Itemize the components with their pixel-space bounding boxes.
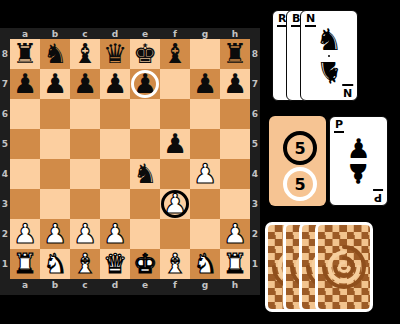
square-f8[interactable]: ♝	[160, 39, 190, 69]
game-screen: abcdefgh abcdefgh 87654321 87654321 ♜♞♝♛…	[0, 0, 400, 324]
square-d8[interactable]: ♛	[100, 39, 130, 69]
square-b2[interactable]: ♟	[40, 219, 70, 249]
board-frame: abcdefgh abcdefgh 87654321 87654321 ♜♞♝♛…	[0, 28, 260, 295]
piece-white-pawn[interactable]: ♟	[193, 159, 217, 189]
knight-icon-rotated: ♞	[316, 59, 343, 86]
square-a6[interactable]	[10, 99, 40, 129]
square-c5[interactable]	[70, 129, 100, 159]
square-b4[interactable]	[40, 159, 70, 189]
square-c4[interactable]	[70, 159, 100, 189]
file-labels-bottom: abcdefgh	[10, 279, 250, 295]
swirl-icon	[321, 244, 367, 290]
coordinate-label: b	[40, 279, 70, 295]
coordinate-label: g	[190, 279, 220, 295]
coordinate-label: d	[100, 279, 130, 295]
square-g1[interactable]: ♞	[190, 249, 220, 279]
square-h4[interactable]	[220, 159, 250, 189]
square-g4[interactable]: ♟	[190, 159, 220, 189]
square-a1[interactable]: ♜	[10, 249, 40, 279]
square-b6[interactable]	[40, 99, 70, 129]
coordinate-label: 3	[0, 189, 10, 219]
coordinate-label: 4	[250, 159, 260, 189]
piece-black-queen[interactable]: ♛	[103, 39, 127, 69]
piece-black-pawn[interactable]: ♟	[43, 69, 67, 99]
coordinate-label: 5	[0, 129, 10, 159]
square-c3[interactable]	[70, 189, 100, 219]
square-c1[interactable]: ♝	[70, 249, 100, 279]
piece-black-pawn[interactable]: ♟	[133, 69, 157, 99]
coordinate-label: 7	[250, 69, 260, 99]
square-f5[interactable]: ♟	[160, 129, 190, 159]
coordinate-label: 2	[250, 219, 260, 249]
coordinate-label: 6	[0, 99, 10, 129]
coordinate-label: 6	[250, 99, 260, 129]
square-a7[interactable]: ♟	[10, 69, 40, 99]
square-h8[interactable]: ♜	[220, 39, 250, 69]
coordinate-label: a	[10, 279, 40, 295]
square-e3[interactable]	[130, 189, 160, 219]
card-index-p-rotated: P	[373, 189, 383, 203]
coordinate-label: 1	[250, 249, 260, 279]
square-e8[interactable]: ♚	[130, 39, 160, 69]
rank-labels-right: 87654321	[250, 39, 260, 279]
square-d4[interactable]	[100, 159, 130, 189]
rank-labels-left: 87654321	[0, 39, 10, 279]
piece-card-pawn[interactable]: P ♟ ♟ P	[329, 116, 388, 206]
piece-black-pawn[interactable]: ♟	[163, 129, 187, 159]
square-c8[interactable]: ♝	[70, 39, 100, 69]
coordinate-label: 4	[0, 159, 10, 189]
piece-black-king[interactable]: ♚	[133, 39, 157, 69]
piece-black-pawn[interactable]: ♟	[13, 69, 37, 99]
piece-white-pawn[interactable]: ♟	[163, 189, 187, 219]
piece-white-knight[interactable]: ♞	[43, 249, 67, 279]
coordinate-label: 5	[250, 129, 260, 159]
square-c7[interactable]: ♟	[70, 69, 100, 99]
square-g6[interactable]	[190, 99, 220, 129]
chess-board[interactable]: ♜♞♝♛♚♝♜♟♟♟♟♟♟♟♟♞♟♟♟♟♟♟♟♜♞♝♛♚♝♞♜	[10, 39, 250, 279]
piece-white-pawn[interactable]: ♟	[103, 219, 127, 249]
square-a2[interactable]: ♟	[10, 219, 40, 249]
coordinate-label: f	[160, 279, 190, 295]
piece-white-bishop[interactable]: ♝	[163, 249, 187, 279]
number-value-white-ring: 5	[283, 167, 317, 201]
number-card-5[interactable]: 5 5	[269, 116, 326, 206]
piece-white-knight[interactable]: ♞	[193, 249, 217, 279]
piece-black-bishop[interactable]: ♝	[73, 39, 97, 69]
piece-white-rook[interactable]: ♜	[223, 249, 247, 279]
square-f6[interactable]	[160, 99, 190, 129]
piece-card-knight[interactable]: N ♞ ♞ N	[300, 10, 358, 101]
square-f1[interactable]: ♝	[160, 249, 190, 279]
piece-white-queen[interactable]: ♛	[103, 249, 127, 279]
square-h7[interactable]: ♟	[220, 69, 250, 99]
piece-black-knight[interactable]: ♞	[43, 39, 67, 69]
piece-black-rook[interactable]: ♜	[223, 39, 247, 69]
number-value-black-ring: 5	[283, 131, 317, 165]
square-g5[interactable]	[190, 129, 220, 159]
piece-black-bishop[interactable]: ♝	[163, 39, 187, 69]
square-a3[interactable]	[10, 189, 40, 219]
square-d2[interactable]: ♟	[100, 219, 130, 249]
square-c2[interactable]: ♟	[70, 219, 100, 249]
square-g7[interactable]: ♟	[190, 69, 220, 99]
square-e5[interactable]	[130, 129, 160, 159]
pawn-icon-rotated: ♟	[346, 161, 370, 186]
square-e2[interactable]	[130, 219, 160, 249]
square-d3[interactable]	[100, 189, 130, 219]
coordinate-label: 2	[0, 219, 10, 249]
square-e1[interactable]: ♚	[130, 249, 160, 279]
square-b8[interactable]: ♞	[40, 39, 70, 69]
piece-white-pawn[interactable]: ♟	[43, 219, 67, 249]
square-h5[interactable]	[220, 129, 250, 159]
square-g8[interactable]	[190, 39, 220, 69]
square-b5[interactable]	[40, 129, 70, 159]
card-index-n-rotated: N	[342, 84, 353, 98]
coordinate-label: c	[70, 279, 100, 295]
coordinate-label: 3	[250, 189, 260, 219]
piece-white-rook[interactable]: ♜	[13, 249, 37, 279]
piece-white-pawn[interactable]: ♟	[73, 219, 97, 249]
square-a4[interactable]	[10, 159, 40, 189]
square-h3[interactable]	[220, 189, 250, 219]
piece-black-pawn[interactable]: ♟	[223, 69, 247, 99]
square-e4[interactable]: ♞	[130, 159, 160, 189]
square-h6[interactable]	[220, 99, 250, 129]
square-f2[interactable]	[160, 219, 190, 249]
piece-black-knight[interactable]: ♞	[133, 159, 157, 189]
piece-black-rook[interactable]: ♜	[13, 39, 37, 69]
piece-black-pawn[interactable]: ♟	[73, 69, 97, 99]
square-e7[interactable]: ♟	[130, 69, 160, 99]
piece-white-pawn[interactable]: ♟	[223, 219, 247, 249]
card-back-4[interactable]	[315, 222, 373, 312]
coordinate-label: 1	[0, 249, 10, 279]
piece-white-pawn[interactable]: ♟	[13, 219, 37, 249]
square-c6[interactable]	[70, 99, 100, 129]
square-f3[interactable]: ♟	[160, 189, 190, 219]
square-d1[interactable]: ♛	[100, 249, 130, 279]
piece-white-bishop[interactable]: ♝	[73, 249, 97, 279]
square-h1[interactable]: ♜	[220, 249, 250, 279]
square-f4[interactable]	[160, 159, 190, 189]
card-back-pattern	[318, 225, 370, 309]
square-b3[interactable]	[40, 189, 70, 219]
square-d5[interactable]	[100, 129, 130, 159]
coordinate-label: 8	[0, 39, 10, 69]
square-e6[interactable]	[130, 99, 160, 129]
square-g2[interactable]	[190, 219, 220, 249]
knight-icon: ♞	[316, 26, 343, 53]
piece-black-pawn[interactable]: ♟	[103, 69, 127, 99]
square-b7[interactable]: ♟	[40, 69, 70, 99]
piece-white-king[interactable]: ♚	[133, 249, 157, 279]
square-f7[interactable]	[160, 69, 190, 99]
square-a5[interactable]	[10, 129, 40, 159]
piece-black-pawn[interactable]: ♟	[193, 69, 217, 99]
square-a8[interactable]: ♜	[10, 39, 40, 69]
coordinate-label: 8	[250, 39, 260, 69]
coordinate-label: 7	[0, 69, 10, 99]
square-d7[interactable]: ♟	[100, 69, 130, 99]
coordinate-label: e	[130, 279, 160, 295]
square-h2[interactable]: ♟	[220, 219, 250, 249]
square-g3[interactable]	[190, 189, 220, 219]
square-d6[interactable]	[100, 99, 130, 129]
coordinate-label: h	[220, 279, 250, 295]
square-b1[interactable]: ♞	[40, 249, 70, 279]
